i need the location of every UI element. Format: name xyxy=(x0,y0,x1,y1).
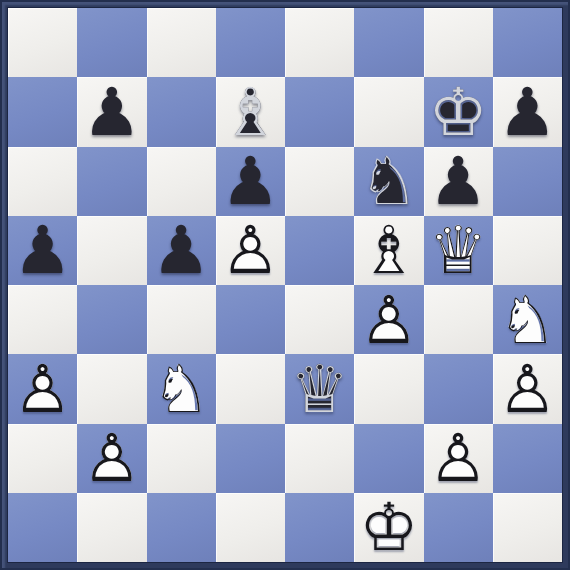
square-d7[interactable]: ♝♗ xyxy=(216,77,285,146)
board-frame: ♟♝♗♚♔♟♟♞♘♟♟♟♟♙♝♗♛♕♟♙♞♘♟♙♞♘♛♕♟♙♟♙♟♙♚♔ xyxy=(0,0,570,570)
piece-white-pawn[interactable]: ♟♙ xyxy=(77,424,146,493)
square-f6[interactable]: ♞♘ xyxy=(354,147,423,216)
square-b7[interactable]: ♟ xyxy=(77,77,146,146)
square-b8[interactable] xyxy=(77,8,146,77)
square-d6[interactable]: ♟ xyxy=(216,147,285,216)
square-b4[interactable] xyxy=(77,285,146,354)
square-g5[interactable]: ♛♕ xyxy=(424,216,493,285)
piece-white-pawn[interactable]: ♟♙ xyxy=(424,424,493,493)
square-c6[interactable] xyxy=(147,147,216,216)
piece-black-pawn[interactable]: ♟ xyxy=(8,216,77,285)
square-f5[interactable]: ♝♗ xyxy=(354,216,423,285)
square-h3[interactable]: ♟♙ xyxy=(493,354,562,423)
square-f2[interactable] xyxy=(354,424,423,493)
square-a1[interactable] xyxy=(8,493,77,562)
piece-white-bishop[interactable]: ♝♗ xyxy=(354,216,423,285)
square-e4[interactable] xyxy=(285,285,354,354)
square-a5[interactable]: ♟ xyxy=(8,216,77,285)
piece-outline-glyph: ♕ xyxy=(424,216,493,285)
square-f1[interactable]: ♚♔ xyxy=(354,493,423,562)
square-e6[interactable] xyxy=(285,147,354,216)
piece-white-queen[interactable]: ♛♕ xyxy=(424,216,493,285)
piece-black-pawn[interactable]: ♟ xyxy=(216,147,285,216)
square-h1[interactable] xyxy=(493,493,562,562)
piece-fill-glyph: ♟ xyxy=(147,216,216,285)
square-d1[interactable] xyxy=(216,493,285,562)
piece-white-knight[interactable]: ♞♘ xyxy=(147,354,216,423)
square-e7[interactable] xyxy=(285,77,354,146)
square-d4[interactable] xyxy=(216,285,285,354)
square-a4[interactable] xyxy=(8,285,77,354)
piece-white-pawn[interactable]: ♟♙ xyxy=(493,354,562,423)
piece-outline-glyph: ♘ xyxy=(354,147,423,216)
piece-black-queen[interactable]: ♛♕ xyxy=(285,354,354,423)
square-c1[interactable] xyxy=(147,493,216,562)
square-b5[interactable] xyxy=(77,216,146,285)
piece-black-pawn[interactable]: ♟ xyxy=(424,147,493,216)
square-e2[interactable] xyxy=(285,424,354,493)
square-h8[interactable] xyxy=(493,8,562,77)
square-a2[interactable] xyxy=(8,424,77,493)
square-c2[interactable] xyxy=(147,424,216,493)
square-d5[interactable]: ♟♙ xyxy=(216,216,285,285)
square-d8[interactable] xyxy=(216,8,285,77)
square-c5[interactable]: ♟ xyxy=(147,216,216,285)
piece-white-king[interactable]: ♚♔ xyxy=(354,493,423,562)
piece-outline-glyph: ♕ xyxy=(285,354,354,423)
square-a7[interactable] xyxy=(8,77,77,146)
piece-fill-glyph: ♟ xyxy=(8,216,77,285)
square-c3[interactable]: ♞♘ xyxy=(147,354,216,423)
square-f3[interactable] xyxy=(354,354,423,423)
piece-outline-glyph: ♙ xyxy=(77,424,146,493)
square-e1[interactable] xyxy=(285,493,354,562)
square-b6[interactable] xyxy=(77,147,146,216)
piece-black-pawn[interactable]: ♟ xyxy=(77,77,146,146)
square-h5[interactable] xyxy=(493,216,562,285)
square-g1[interactable] xyxy=(424,493,493,562)
piece-white-knight[interactable]: ♞♘ xyxy=(493,285,562,354)
piece-outline-glyph: ♙ xyxy=(354,285,423,354)
square-d2[interactable] xyxy=(216,424,285,493)
square-g6[interactable]: ♟ xyxy=(424,147,493,216)
square-a3[interactable]: ♟♙ xyxy=(8,354,77,423)
square-f8[interactable] xyxy=(354,8,423,77)
square-h2[interactable] xyxy=(493,424,562,493)
square-c8[interactable] xyxy=(147,8,216,77)
piece-white-pawn[interactable]: ♟♙ xyxy=(354,285,423,354)
chess-board: ♟♝♗♚♔♟♟♞♘♟♟♟♟♙♝♗♛♕♟♙♞♘♟♙♞♘♛♕♟♙♟♙♟♙♚♔ xyxy=(8,8,562,562)
square-b3[interactable] xyxy=(77,354,146,423)
square-b1[interactable] xyxy=(77,493,146,562)
piece-outline-glyph: ♗ xyxy=(216,77,285,146)
square-g4[interactable] xyxy=(424,285,493,354)
piece-black-king[interactable]: ♚♔ xyxy=(424,77,493,146)
square-g8[interactable] xyxy=(424,8,493,77)
piece-black-knight[interactable]: ♞♘ xyxy=(354,147,423,216)
square-d3[interactable] xyxy=(216,354,285,423)
square-g3[interactable] xyxy=(424,354,493,423)
square-a8[interactable] xyxy=(8,8,77,77)
piece-black-pawn[interactable]: ♟ xyxy=(147,216,216,285)
square-b2[interactable]: ♟♙ xyxy=(77,424,146,493)
piece-fill-glyph: ♟ xyxy=(77,77,146,146)
piece-black-pawn[interactable]: ♟ xyxy=(493,77,562,146)
square-g7[interactable]: ♚♔ xyxy=(424,77,493,146)
square-c4[interactable] xyxy=(147,285,216,354)
piece-white-pawn[interactable]: ♟♙ xyxy=(8,354,77,423)
piece-outline-glyph: ♗ xyxy=(354,216,423,285)
piece-black-bishop[interactable]: ♝♗ xyxy=(216,77,285,146)
square-e8[interactable] xyxy=(285,8,354,77)
piece-white-pawn[interactable]: ♟♙ xyxy=(216,216,285,285)
square-f4[interactable]: ♟♙ xyxy=(354,285,423,354)
piece-outline-glyph: ♙ xyxy=(424,424,493,493)
piece-outline-glyph: ♔ xyxy=(354,493,423,562)
piece-fill-glyph: ♟ xyxy=(216,147,285,216)
piece-outline-glyph: ♘ xyxy=(147,354,216,423)
square-h4[interactable]: ♞♘ xyxy=(493,285,562,354)
square-e3[interactable]: ♛♕ xyxy=(285,354,354,423)
piece-outline-glyph: ♙ xyxy=(493,354,562,423)
piece-fill-glyph: ♟ xyxy=(493,77,562,146)
piece-outline-glyph: ♔ xyxy=(424,77,493,146)
square-f7[interactable] xyxy=(354,77,423,146)
square-c7[interactable] xyxy=(147,77,216,146)
piece-outline-glyph: ♘ xyxy=(493,285,562,354)
piece-outline-glyph: ♙ xyxy=(8,354,77,423)
square-g2[interactable]: ♟♙ xyxy=(424,424,493,493)
square-h6[interactable] xyxy=(493,147,562,216)
piece-fill-glyph: ♟ xyxy=(424,147,493,216)
piece-outline-glyph: ♙ xyxy=(216,216,285,285)
square-e5[interactable] xyxy=(285,216,354,285)
square-a6[interactable] xyxy=(8,147,77,216)
square-h7[interactable]: ♟ xyxy=(493,77,562,146)
